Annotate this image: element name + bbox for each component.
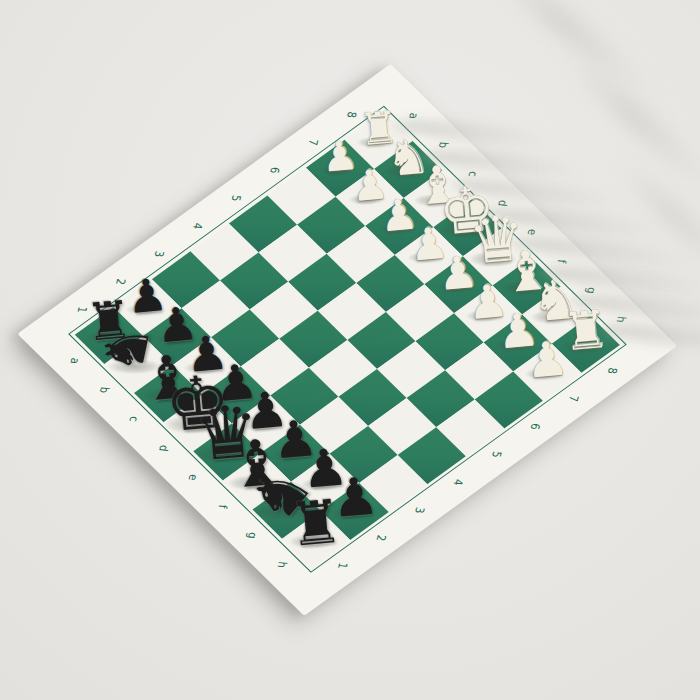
rank-label-5-right: 5 [490, 450, 503, 457]
rank-label-7-left: 7 [307, 138, 320, 145]
rank-label-1-right: 1 [336, 562, 349, 569]
mat-ripple-shadow [558, 46, 700, 198]
rank-label-2-right: 2 [375, 534, 388, 541]
rank-label-6-right: 6 [529, 423, 542, 430]
rank-label-6-left: 6 [268, 166, 281, 173]
black-rook-h1[interactable]: ♜ [287, 492, 345, 556]
file-label-h-top: h [614, 316, 627, 323]
file-label-d-bottom: d [156, 444, 169, 451]
file-label-h-bottom: h [275, 561, 288, 568]
file-label-g-top: g [584, 286, 597, 293]
file-label-b-top: b [436, 141, 449, 148]
photo-scene: aa88bb77cc66dd55ee44ff33gg22hh11 ♜♟♞♟♝♟♚… [0, 0, 700, 700]
rank-label-4-right: 4 [452, 478, 465, 485]
file-label-a-bottom: a [68, 357, 81, 364]
rank-label-8-left: 8 [345, 111, 358, 118]
file-label-f-top: f [555, 259, 567, 264]
mat-ripple-shadow [608, 151, 700, 292]
file-label-f-bottom: f [216, 504, 228, 509]
file-label-e-top: e [525, 228, 538, 235]
white-pawn-h7[interactable]: ♟ [524, 334, 571, 385]
mat-ripple-shadow [486, 0, 664, 110]
file-label-a-top: a [407, 112, 420, 119]
rank-label-5-left: 5 [230, 194, 243, 201]
rank-label-8-right: 8 [606, 367, 619, 374]
file-label-g-bottom: g [245, 532, 258, 539]
file-label-c-bottom: c [127, 416, 140, 422]
rank-label-4-left: 4 [191, 222, 204, 229]
white-rook-h8[interactable]: ♜ [560, 303, 611, 359]
file-label-b-bottom: b [97, 386, 110, 393]
rank-label-3-right: 3 [413, 506, 426, 513]
rank-label-7-right: 7 [567, 395, 580, 402]
rank-label-3-left: 3 [153, 250, 166, 257]
